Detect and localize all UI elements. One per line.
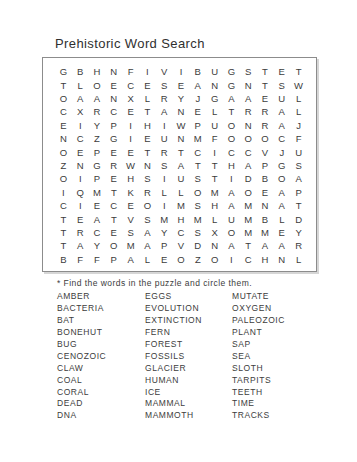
grid-cell[interactable]: I	[223, 172, 240, 185]
grid-cell[interactable]: E	[257, 186, 274, 199]
grid-cell[interactable]: B	[257, 212, 274, 225]
grid-cell[interactable]: O	[189, 186, 206, 199]
grid-cell[interactable]: B	[72, 65, 89, 78]
grid-cell[interactable]: N	[173, 105, 190, 118]
grid-cell[interactable]: N	[240, 78, 257, 91]
grid-cell[interactable]: I	[55, 186, 72, 199]
grid-cell[interactable]: O	[240, 132, 257, 145]
grid-cell[interactable]: S	[122, 226, 139, 239]
grid-cell[interactable]: I	[156, 172, 173, 185]
word-list-item: FOSSILS	[145, 351, 232, 363]
grid-cell[interactable]: U	[290, 145, 307, 158]
grid-cell[interactable]: O	[173, 253, 190, 266]
grid-cell[interactable]: S	[273, 78, 290, 91]
grid-cell[interactable]: A	[223, 239, 240, 252]
grid-cell[interactable]: H	[122, 172, 139, 185]
grid-cell[interactable]: B	[55, 253, 72, 266]
word-list-item: MUTATE	[232, 291, 323, 303]
grid-cell[interactable]: S	[139, 212, 156, 225]
grid-cell[interactable]: T	[223, 105, 240, 118]
grid-cell[interactable]: T	[290, 65, 307, 78]
grid-cell[interactable]: A	[156, 105, 173, 118]
grid-cell[interactable]: A	[89, 92, 106, 105]
grid-cell[interactable]: E	[72, 145, 89, 158]
grid-cell[interactable]: L	[139, 92, 156, 105]
word-list-item: EVOLUTION	[145, 303, 232, 315]
grid-cell[interactable]: C	[273, 132, 290, 145]
grid-cell[interactable]: H	[257, 253, 274, 266]
grid-cell[interactable]: I	[72, 172, 89, 185]
grid-cell[interactable]: P	[89, 145, 106, 158]
grid-cell[interactable]: T	[206, 172, 223, 185]
grid-cell[interactable]: O	[89, 78, 106, 91]
grid-cell[interactable]: O	[55, 92, 72, 105]
grid-cell[interactable]: I	[72, 199, 89, 212]
grid-cell[interactable]: C	[105, 199, 122, 212]
grid-cell[interactable]: I	[72, 119, 89, 132]
grid-cell[interactable]: V	[156, 65, 173, 78]
grid-cell[interactable]: A	[139, 239, 156, 252]
word-list-item: HUMAN	[145, 375, 232, 387]
grid-cell[interactable]: V	[257, 145, 274, 158]
grid-cell[interactable]: A	[290, 172, 307, 185]
grid-cell[interactable]: M	[173, 199, 190, 212]
grid-cell[interactable]: I	[156, 199, 173, 212]
grid-cell[interactable]: X	[72, 105, 89, 118]
grid-cell[interactable]: E	[122, 145, 139, 158]
grid-cell[interactable]: O	[223, 226, 240, 239]
grid-cell[interactable]: E	[122, 105, 139, 118]
grid-cell[interactable]: D	[240, 172, 257, 185]
grid-cell[interactable]: M	[89, 186, 106, 199]
grid-cell[interactable]: F	[122, 65, 139, 78]
word-list-item: MAMMOTH	[145, 410, 232, 422]
grid-cell[interactable]: G	[89, 159, 106, 172]
grid-cell[interactable]: G	[223, 65, 240, 78]
grid-cell[interactable]: M	[240, 212, 257, 225]
grid-cell[interactable]: E	[257, 92, 274, 105]
grid-cell[interactable]: T	[105, 186, 122, 199]
grid-cell[interactable]: A	[223, 186, 240, 199]
grid-cell[interactable]: L	[139, 253, 156, 266]
grid-cell[interactable]: Y	[89, 239, 106, 252]
grid-cell[interactable]: E	[89, 199, 106, 212]
grid-cell[interactable]: P	[257, 159, 274, 172]
grid-cell[interactable]: A	[273, 186, 290, 199]
grid-cell[interactable]: R	[156, 92, 173, 105]
grid-cell[interactable]: E	[273, 226, 290, 239]
word-list-item: BAT	[57, 315, 145, 327]
grid-cell[interactable]: S	[189, 172, 206, 185]
grid-cell[interactable]: E	[139, 78, 156, 91]
grid-cell[interactable]: P	[189, 119, 206, 132]
instruction-text: * Find the words in the puzzle and circl…	[57, 278, 252, 288]
grid-cell[interactable]: K	[122, 186, 139, 199]
grid-cell[interactable]: N	[72, 159, 89, 172]
word-column-1: AMBERBACTERIABATBONEHUTBUGCENOZOICCLAWCO…	[57, 291, 145, 422]
word-list-item: CLAW	[57, 363, 145, 375]
word-list-item: EGGS	[145, 291, 232, 303]
grid-cell[interactable]: U	[273, 92, 290, 105]
grid-cell[interactable]: E	[189, 105, 206, 118]
grid-cell[interactable]: A	[240, 92, 257, 105]
grid-cell[interactable]: T	[139, 145, 156, 158]
grid-cell[interactable]: E	[105, 78, 122, 91]
grid-cell[interactable]: B	[257, 172, 274, 185]
grid-cell[interactable]: Y	[89, 119, 106, 132]
grid-cell[interactable]: N	[139, 159, 156, 172]
grid-cell[interactable]: P	[105, 119, 122, 132]
grid-cell[interactable]: T	[257, 65, 274, 78]
grid-cell[interactable]: U	[206, 65, 223, 78]
grid-cell[interactable]: L	[273, 212, 290, 225]
grid-cell[interactable]: F	[206, 132, 223, 145]
grid-cell[interactable]: R	[89, 105, 106, 118]
grid-cell[interactable]: I	[156, 119, 173, 132]
grid-cell[interactable]: V	[122, 212, 139, 225]
grid-cell[interactable]: S	[139, 172, 156, 185]
grid-cell[interactable]: G	[273, 159, 290, 172]
grid-cell[interactable]: A	[273, 119, 290, 132]
grid-cell[interactable]: R	[105, 159, 122, 172]
word-list-item: DNA	[57, 410, 145, 422]
word-list-item: TARPITS	[232, 375, 323, 387]
word-list-item: COAL	[57, 375, 145, 387]
grid-cell[interactable]: R	[257, 119, 274, 132]
grid-cell[interactable]: W	[122, 159, 139, 172]
grid-cell[interactable]: M	[206, 186, 223, 199]
word-list-item: OXYGEN	[232, 303, 323, 315]
word-list-item: SLOTH	[232, 363, 323, 375]
grid-cell[interactable]: S	[189, 199, 206, 212]
grid-cell[interactable]: T	[173, 145, 190, 158]
word-list-item: FOREST	[145, 339, 232, 351]
grid-cell[interactable]: M	[156, 212, 173, 225]
word-list-item: PALEOZOIC	[232, 315, 323, 327]
grid-cell[interactable]: F	[72, 253, 89, 266]
grid-cell[interactable]: J	[273, 145, 290, 158]
grid-cell[interactable]: C	[55, 199, 72, 212]
grid-cell[interactable]: T	[189, 159, 206, 172]
word-list-item: TRACKS	[232, 410, 323, 422]
grid-cell[interactable]: A	[273, 239, 290, 252]
grid-cell[interactable]: T	[105, 212, 122, 225]
grid-cell[interactable]: N	[105, 92, 122, 105]
grid-cell[interactable]: H	[139, 119, 156, 132]
grid-cell[interactable]: H	[173, 212, 190, 225]
grid-cell[interactable]: U	[223, 212, 240, 225]
page-title: Prehistoric Word Search	[55, 36, 205, 51]
grid-cell[interactable]: G	[105, 132, 122, 145]
word-list-item: AMBER	[57, 291, 145, 303]
word-list-item: FERN	[145, 327, 232, 339]
grid-cell[interactable]: O	[55, 145, 72, 158]
grid-cell[interactable]: N	[206, 78, 223, 91]
grid-cell[interactable]: E	[156, 253, 173, 266]
grid-cell[interactable]: R	[290, 239, 307, 252]
grid-cell[interactable]: C	[89, 226, 106, 239]
grid-cell[interactable]: J	[290, 119, 307, 132]
grid-cell[interactable]: C	[240, 145, 257, 158]
grid-cell[interactable]: I	[122, 132, 139, 145]
grid-cell[interactable]: R	[139, 186, 156, 199]
grid-cell[interactable]: J	[189, 92, 206, 105]
grid-cell[interactable]: A	[89, 212, 106, 225]
grid-cell[interactable]: R	[240, 105, 257, 118]
grid-cell[interactable]: U	[156, 132, 173, 145]
grid-cell[interactable]: Z	[189, 253, 206, 266]
grid-cell[interactable]: U	[206, 119, 223, 132]
grid-cell[interactable]: N	[206, 239, 223, 252]
grid-cell[interactable]: S	[240, 65, 257, 78]
grid-cell[interactable]: H	[223, 159, 240, 172]
word-list-item: SAP	[232, 339, 323, 351]
grid-cell[interactable]: O	[206, 253, 223, 266]
grid-cell[interactable]: C	[223, 145, 240, 158]
word-list-item: CENOZOIC	[57, 351, 145, 363]
grid-cell[interactable]: R	[72, 226, 89, 239]
grid-cell[interactable]: C	[122, 78, 139, 91]
grid-cell[interactable]: E	[173, 78, 190, 91]
grid-cell[interactable]: N	[273, 253, 290, 266]
grid-cell[interactable]: M	[240, 199, 257, 212]
word-list-item: EXTINCTION	[145, 315, 232, 327]
grid-cell[interactable]: G	[55, 65, 72, 78]
grid-cell[interactable]: A	[173, 159, 190, 172]
word-list-item: DEAD	[57, 398, 145, 410]
word-column-2: EGGSEVOLUTIONEXTINCTIONFERNFORESTFOSSILS…	[145, 291, 232, 422]
grid-cell[interactable]: H	[206, 199, 223, 212]
grid-cell[interactable]: E	[122, 199, 139, 212]
grid-cell[interactable]: X	[206, 226, 223, 239]
grid-cell[interactable]: A	[189, 78, 206, 91]
grid-cell[interactable]: W	[173, 119, 190, 132]
grid-cell[interactable]: Y	[173, 92, 190, 105]
grid-cell[interactable]: C	[173, 226, 190, 239]
word-list-item: ICE	[145, 387, 232, 399]
word-list-item: BACTERIA	[57, 303, 145, 315]
grid-cell[interactable]: N	[173, 132, 190, 145]
grid-cell[interactable]: E	[105, 172, 122, 185]
grid-cell[interactable]: L	[290, 253, 307, 266]
grid-cell[interactable]: E	[105, 226, 122, 239]
grid-cell[interactable]: Y	[290, 226, 307, 239]
grid-cell[interactable]: Z	[89, 132, 106, 145]
grid-cell[interactable]: L	[72, 78, 89, 91]
grid-cell[interactable]: E	[273, 65, 290, 78]
grid-cell[interactable]: M	[240, 226, 257, 239]
grid-cell[interactable]: E	[72, 212, 89, 225]
grid-cell[interactable]: N	[105, 65, 122, 78]
grid-cell[interactable]: C	[72, 132, 89, 145]
word-list-item: TIME	[232, 398, 323, 410]
grid-cell[interactable]: O	[223, 132, 240, 145]
grid-cell[interactable]: D	[189, 239, 206, 252]
grid-cell[interactable]: S	[156, 78, 173, 91]
grid-cell[interactable]: T	[55, 226, 72, 239]
grid-cell[interactable]: A	[240, 159, 257, 172]
grid-cell[interactable]: L	[173, 186, 190, 199]
grid-cell[interactable]: F	[290, 132, 307, 145]
grid-cell[interactable]: X	[122, 92, 139, 105]
word-list-item: SEA	[232, 351, 323, 363]
grid-cell[interactable]: L	[156, 186, 173, 199]
grid-cell[interactable]: I	[173, 65, 190, 78]
grid-cell[interactable]: Y	[156, 226, 173, 239]
grid-cell[interactable]: O	[55, 172, 72, 185]
grid-cell[interactable]: G	[206, 92, 223, 105]
grid-cell[interactable]: F	[89, 253, 106, 266]
word-list-item: BONEHUT	[57, 327, 145, 339]
grid-cell[interactable]: O	[273, 172, 290, 185]
grid-cell[interactable]: W	[290, 78, 307, 91]
grid-cell[interactable]: Q	[72, 186, 89, 199]
grid-cell[interactable]: N	[257, 199, 274, 212]
grid-cell[interactable]: I	[122, 119, 139, 132]
word-list: AMBERBACTERIABATBONEHUTBUGCENOZOICCLAWCO…	[57, 291, 323, 422]
grid-cell[interactable]: T	[290, 199, 307, 212]
grid-cell[interactable]: M	[189, 132, 206, 145]
grid-cell[interactable]: A	[273, 105, 290, 118]
grid-cell[interactable]: S	[156, 159, 173, 172]
grid-cell[interactable]: I	[139, 65, 156, 78]
grid-cell[interactable]: O	[105, 239, 122, 252]
grid-cell[interactable]: N	[240, 119, 257, 132]
grid-cell[interactable]: D	[290, 212, 307, 225]
grid-cell[interactable]: A	[139, 226, 156, 239]
grid-cell[interactable]: L	[206, 105, 223, 118]
grid-cell[interactable]: S	[189, 226, 206, 239]
word-list-item: PLANT	[232, 327, 323, 339]
grid-cell[interactable]: M	[257, 226, 274, 239]
grid-cell[interactable]: C	[105, 105, 122, 118]
grid-cell[interactable]: T	[55, 212, 72, 225]
grid-cell[interactable]: O	[139, 199, 156, 212]
grid-cell[interactable]: A	[122, 253, 139, 266]
grid-cell[interactable]: B	[189, 65, 206, 78]
grid-cell[interactable]: I	[223, 253, 240, 266]
grid-cell[interactable]: R	[257, 105, 274, 118]
grid-cell[interactable]: T	[257, 78, 274, 91]
grid-cell[interactable]: G	[223, 78, 240, 91]
grid-cell[interactable]: M	[122, 239, 139, 252]
grid-cell[interactable]: A	[72, 239, 89, 252]
grid-cell[interactable]: U	[173, 172, 190, 185]
grid-cell[interactable]: L	[290, 105, 307, 118]
grid-cell[interactable]: S	[290, 159, 307, 172]
grid-cell[interactable]: N	[55, 132, 72, 145]
grid-cell[interactable]: C	[189, 145, 206, 158]
word-column-3: MUTATEOXYGENPALEOZOICPLANTSAPSEASLOTHTAR…	[232, 291, 323, 422]
grid-cell[interactable]: E	[55, 119, 72, 132]
grid-cell[interactable]: R	[156, 145, 173, 158]
grid-cell[interactable]: O	[257, 132, 274, 145]
grid-cell[interactable]: E	[105, 145, 122, 158]
grid-cell[interactable]: L	[290, 92, 307, 105]
grid-cell[interactable]: A	[273, 199, 290, 212]
grid-cell[interactable]: T	[139, 105, 156, 118]
grid-cell[interactable]: P	[156, 239, 173, 252]
grid-cell[interactable]: L	[206, 212, 223, 225]
grid-cell[interactable]: P	[89, 172, 106, 185]
grid-cell[interactable]: T	[240, 239, 257, 252]
grid-cell[interactable]: I	[206, 145, 223, 158]
grid-cell[interactable]: O	[223, 119, 240, 132]
grid-cell[interactable]: A	[257, 239, 274, 252]
word-list-item: BUG	[57, 339, 145, 351]
grid-cell[interactable]: A	[72, 92, 89, 105]
word-list-item: MAMMAL	[145, 398, 232, 410]
grid-cell[interactable]: T	[206, 159, 223, 172]
grid-cell[interactable]: T	[55, 78, 72, 91]
grid-cell[interactable]: O	[240, 186, 257, 199]
grid-cell[interactable]: A	[223, 199, 240, 212]
grid-cell[interactable]: A	[223, 92, 240, 105]
grid-cell[interactable]: E	[139, 132, 156, 145]
grid-cell[interactable]: T	[55, 239, 72, 252]
grid-cell[interactable]: Z	[55, 159, 72, 172]
grid-cell[interactable]: M	[189, 212, 206, 225]
grid-cell[interactable]: C	[240, 253, 257, 266]
grid-cell[interactable]: H	[89, 65, 106, 78]
grid-cell[interactable]: V	[173, 239, 190, 252]
grid-cell[interactable]: P	[105, 253, 122, 266]
word-list-item: GLACIER	[145, 363, 232, 375]
word-list-item: TEETH	[232, 387, 323, 399]
grid-cell[interactable]: P	[290, 186, 307, 199]
grid-cell[interactable]: C	[55, 105, 72, 118]
word-list-item: CORAL	[57, 387, 145, 399]
letter-grid: GBHNFIVIBUGSTETTLOECESEANGNTSWOAANXLRYJG…	[42, 57, 317, 272]
